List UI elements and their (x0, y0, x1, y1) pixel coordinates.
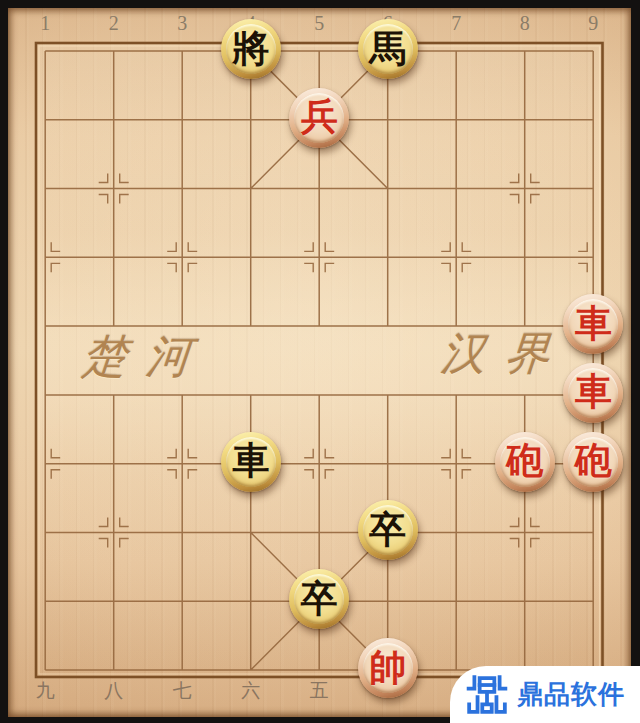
piece-glyph: 砲 (506, 442, 543, 481)
river-text-right: 汉界 (439, 331, 571, 376)
piece-glyph: 砲 (575, 442, 612, 481)
piece-glyph: 車 (575, 373, 612, 412)
file-label-bottom-5: 五 (310, 681, 329, 700)
file-label-bottom-2: 八 (104, 681, 123, 700)
piece-glyph: 帥 (369, 649, 406, 688)
piece-glyph: 將 (232, 30, 269, 69)
file-label-bottom-3: 七 (173, 681, 192, 700)
file-label-top-8: 8 (520, 13, 530, 33)
piece-black-general[interactable]: 將 (221, 19, 281, 79)
piece-glyph: 兵 (301, 98, 338, 137)
piece-glyph: 馬 (369, 30, 406, 69)
piece-red-cannon[interactable]: 砲 (563, 432, 623, 492)
piece-red-general[interactable]: 帥 (358, 638, 418, 698)
river-text-left: 楚河 (80, 334, 212, 379)
piece-red-chariot[interactable]: 車 (563, 294, 623, 354)
piece-red-soldier[interactable]: 兵 (289, 88, 349, 148)
piece-glyph: 卒 (369, 511, 406, 550)
piece-black-soldier[interactable]: 卒 (289, 569, 349, 629)
piece-black-horse[interactable]: 馬 (358, 19, 418, 79)
xiangqi-app-screen: 123456789 九八七六五 楚河 汉界 將馬兵車車車砲砲卒卒帥 鼎品软件 (0, 0, 640, 723)
file-label-top-2: 2 (109, 13, 119, 33)
piece-glyph: 車 (232, 442, 269, 481)
file-label-top-1: 1 (40, 13, 50, 33)
file-label-top-5: 5 (314, 13, 324, 33)
file-label-top-7: 7 (451, 13, 461, 33)
piece-black-soldier[interactable]: 卒 (358, 500, 418, 560)
file-label-bottom-4: 六 (241, 681, 260, 700)
file-label-bottom-1: 九 (36, 681, 55, 700)
piece-red-cannon[interactable]: 砲 (495, 432, 555, 492)
file-label-top-3: 3 (177, 13, 187, 33)
watermark-banner: 鼎品软件 (450, 666, 640, 723)
watermark-text: 鼎品软件 (517, 677, 625, 712)
piece-red-chariot[interactable]: 車 (563, 363, 623, 423)
file-label-top-9: 9 (588, 13, 598, 33)
piece-glyph: 車 (575, 305, 612, 344)
piece-glyph: 卒 (301, 580, 338, 619)
dingpin-logo-icon (466, 674, 508, 716)
piece-black-chariot[interactable]: 車 (221, 432, 281, 492)
